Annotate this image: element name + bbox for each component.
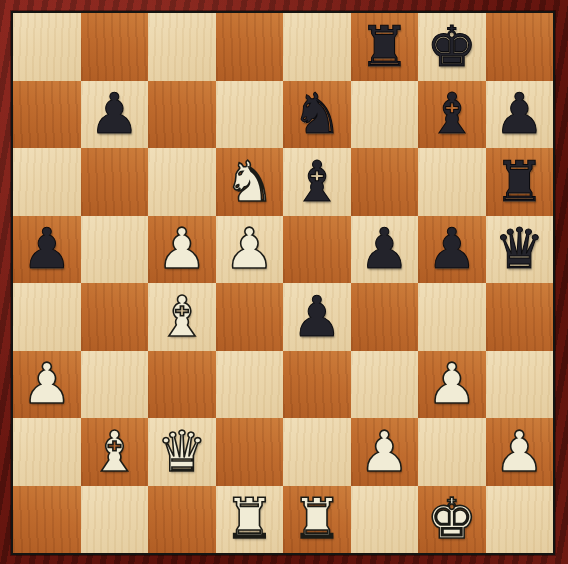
square-g8[interactable]: ♚ <box>418 13 486 81</box>
square-d2[interactable] <box>216 418 284 486</box>
square-c3[interactable] <box>148 351 216 419</box>
square-c7[interactable] <box>148 81 216 149</box>
white-pawn-piece[interactable]: ♟ <box>22 356 72 412</box>
square-d3[interactable] <box>216 351 284 419</box>
white-pawn-piece[interactable]: ♟ <box>494 424 544 480</box>
square-h3[interactable] <box>486 351 554 419</box>
black-pawn-piece[interactable]: ♟ <box>292 289 342 345</box>
square-g6[interactable] <box>418 148 486 216</box>
square-a8[interactable] <box>13 13 81 81</box>
square-a1[interactable] <box>13 486 81 554</box>
square-e6[interactable]: ♝ <box>283 148 351 216</box>
black-pawn-piece[interactable]: ♟ <box>494 86 544 142</box>
white-bishop-piece[interactable]: ♝ <box>157 289 207 345</box>
square-h5[interactable]: ♛ <box>486 216 554 284</box>
square-f6[interactable] <box>351 148 419 216</box>
square-b8[interactable] <box>81 13 149 81</box>
square-e4[interactable]: ♟ <box>283 283 351 351</box>
square-d4[interactable] <box>216 283 284 351</box>
square-b3[interactable] <box>81 351 149 419</box>
square-a2[interactable] <box>13 418 81 486</box>
square-h1[interactable] <box>486 486 554 554</box>
square-f1[interactable] <box>351 486 419 554</box>
square-f5[interactable]: ♟ <box>351 216 419 284</box>
square-a4[interactable] <box>13 283 81 351</box>
square-a7[interactable] <box>13 81 81 149</box>
square-d8[interactable] <box>216 13 284 81</box>
black-bishop-piece[interactable]: ♝ <box>427 86 477 142</box>
square-c4[interactable]: ♝ <box>148 283 216 351</box>
square-e8[interactable] <box>283 13 351 81</box>
square-g7[interactable]: ♝ <box>418 81 486 149</box>
square-f3[interactable] <box>351 351 419 419</box>
square-g1[interactable]: ♚ <box>418 486 486 554</box>
square-c8[interactable] <box>148 13 216 81</box>
black-rook-piece[interactable]: ♜ <box>359 19 409 75</box>
white-knight-piece[interactable]: ♞ <box>224 154 274 210</box>
square-h4[interactable] <box>486 283 554 351</box>
square-d5[interactable]: ♟ <box>216 216 284 284</box>
black-bishop-piece[interactable]: ♝ <box>292 154 342 210</box>
square-g2[interactable] <box>418 418 486 486</box>
square-h7[interactable]: ♟ <box>486 81 554 149</box>
square-a3[interactable]: ♟ <box>13 351 81 419</box>
white-queen-piece[interactable]: ♛ <box>157 424 207 480</box>
white-bishop-piece[interactable]: ♝ <box>89 424 139 480</box>
white-rook-piece[interactable]: ♜ <box>224 491 274 547</box>
black-pawn-piece[interactable]: ♟ <box>427 221 477 277</box>
black-pawn-piece[interactable]: ♟ <box>89 86 139 142</box>
square-c5[interactable]: ♟ <box>148 216 216 284</box>
square-g5[interactable]: ♟ <box>418 216 486 284</box>
white-pawn-piece[interactable]: ♟ <box>224 221 274 277</box>
square-g3[interactable]: ♟ <box>418 351 486 419</box>
square-e5[interactable] <box>283 216 351 284</box>
square-e1[interactable]: ♜ <box>283 486 351 554</box>
square-b2[interactable]: ♝ <box>81 418 149 486</box>
square-b6[interactable] <box>81 148 149 216</box>
square-d7[interactable] <box>216 81 284 149</box>
square-f4[interactable] <box>351 283 419 351</box>
black-king-piece[interactable]: ♚ <box>427 19 477 75</box>
square-f2[interactable]: ♟ <box>351 418 419 486</box>
black-queen-piece[interactable]: ♛ <box>494 221 544 277</box>
square-c2[interactable]: ♛ <box>148 418 216 486</box>
board-frame: ♜♚♟♞♝♟♞♝♜♟♟♟♟♟♛♝♟♟♟♝♛♟♟♜♜♚ <box>0 0 568 564</box>
chess-board: ♜♚♟♞♝♟♞♝♜♟♟♟♟♟♛♝♟♟♟♝♛♟♟♜♜♚ <box>11 11 555 555</box>
square-b7[interactable]: ♟ <box>81 81 149 149</box>
square-a5[interactable]: ♟ <box>13 216 81 284</box>
square-c1[interactable] <box>148 486 216 554</box>
square-f8[interactable]: ♜ <box>351 13 419 81</box>
square-b1[interactable] <box>81 486 149 554</box>
square-d1[interactable]: ♜ <box>216 486 284 554</box>
black-knight-piece[interactable]: ♞ <box>292 86 342 142</box>
square-b5[interactable] <box>81 216 149 284</box>
square-g4[interactable] <box>418 283 486 351</box>
square-e7[interactable]: ♞ <box>283 81 351 149</box>
square-h6[interactable]: ♜ <box>486 148 554 216</box>
square-c6[interactable] <box>148 148 216 216</box>
square-b4[interactable] <box>81 283 149 351</box>
white-pawn-piece[interactable]: ♟ <box>427 356 477 412</box>
white-pawn-piece[interactable]: ♟ <box>157 221 207 277</box>
black-pawn-piece[interactable]: ♟ <box>359 221 409 277</box>
black-rook-piece[interactable]: ♜ <box>494 154 544 210</box>
white-pawn-piece[interactable]: ♟ <box>359 424 409 480</box>
square-d6[interactable]: ♞ <box>216 148 284 216</box>
black-pawn-piece[interactable]: ♟ <box>22 221 72 277</box>
square-f7[interactable] <box>351 81 419 149</box>
square-e3[interactable] <box>283 351 351 419</box>
square-e2[interactable] <box>283 418 351 486</box>
square-h8[interactable] <box>486 13 554 81</box>
square-h2[interactable]: ♟ <box>486 418 554 486</box>
white-rook-piece[interactable]: ♜ <box>292 491 342 547</box>
square-a6[interactable] <box>13 148 81 216</box>
white-king-piece[interactable]: ♚ <box>427 491 477 547</box>
